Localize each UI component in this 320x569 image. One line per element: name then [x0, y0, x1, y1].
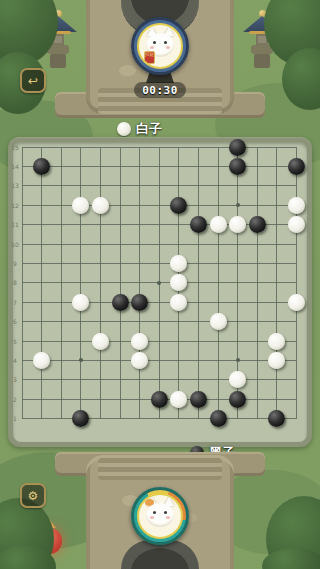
row-label: 14: [10, 163, 20, 170]
avatar-disc: [137, 493, 183, 539]
row-label: 2: [10, 396, 20, 403]
row-label: 3: [10, 376, 20, 383]
row-label: 6: [10, 318, 20, 325]
stone-black: [190, 391, 207, 408]
stone-white: [72, 294, 89, 311]
stone-black: [33, 158, 50, 175]
stone-black: [190, 216, 207, 233]
stone-white: [131, 333, 148, 350]
stone-black: [249, 216, 266, 233]
grid-line-vertical: [296, 147, 297, 419]
stone-black: [229, 391, 246, 408]
cat-face-icon: [146, 503, 174, 527]
avatar-disc: 招财: [137, 23, 183, 69]
star-point: [236, 203, 240, 207]
stone-white: [72, 197, 89, 214]
stone-white: [92, 197, 109, 214]
stone-white: [210, 313, 227, 330]
stone-white: [210, 216, 227, 233]
gomoku-board[interactable]: 151413121110987654321: [8, 137, 312, 447]
white-player-name: 白子: [136, 120, 162, 138]
stone-white: [268, 333, 285, 350]
bottom-player-avatar: [131, 487, 189, 545]
grid-line-horizontal: [22, 321, 296, 322]
stone-white: [131, 352, 148, 369]
grid-line-horizontal: [22, 302, 296, 303]
row-label: 11: [10, 221, 20, 228]
stone-white: [92, 333, 109, 350]
stone-white: [170, 391, 187, 408]
grid-line-horizontal: [22, 360, 296, 361]
cat-eye-icon: [153, 511, 156, 514]
lucky-cat-sign: 招财: [144, 51, 155, 64]
stone-white: [170, 294, 187, 311]
grid-line-horizontal: [22, 418, 296, 419]
grid-line-vertical: [257, 147, 258, 419]
stone-black: [151, 391, 168, 408]
row-label: 7: [10, 299, 20, 306]
star-point: [157, 281, 161, 285]
stone-black: [170, 197, 187, 214]
row-label: 13: [10, 182, 20, 189]
row-label: 8: [10, 279, 20, 286]
lantern-pillar: [50, 54, 66, 68]
grid-line-horizontal: [22, 341, 296, 342]
stone-black: [210, 410, 227, 427]
row-label: 9: [10, 260, 20, 267]
cat-eye-icon: [164, 511, 167, 514]
stone-black: [112, 294, 129, 311]
cat-cheek-icon: [150, 516, 154, 519]
stone-white: [288, 216, 305, 233]
grid-line-vertical: [198, 147, 199, 419]
row-label: 10: [10, 241, 20, 248]
bottom-steps: [98, 458, 222, 480]
top-player-avatar: 招财: [131, 17, 189, 75]
stone-black: [131, 294, 148, 311]
row-label: 4: [10, 357, 20, 364]
cat-cheek-icon: [166, 516, 170, 519]
game-screen: ↩ 招财 00:30 白子 151413121110987654321 黑子: [0, 0, 320, 569]
settings-button[interactable]: ⚙: [20, 483, 46, 508]
white-player-label: 白子: [117, 120, 162, 138]
white-stone-icon: [117, 122, 131, 136]
row-label: 15: [10, 144, 20, 151]
stone-black: [229, 139, 246, 156]
cat-eye-icon: [153, 41, 156, 44]
stone-white: [33, 352, 50, 369]
back-icon: ↩: [28, 75, 38, 87]
grid-line-vertical: [276, 147, 277, 419]
cat-cheek-icon: [150, 46, 154, 49]
lantern-pillar: [254, 54, 270, 68]
stone-white: [288, 294, 305, 311]
stone-black: [288, 158, 305, 175]
grid-line-horizontal: [22, 379, 296, 380]
stone-black: [229, 158, 246, 175]
cat-cheek-icon: [166, 46, 170, 49]
cat-eye-icon: [164, 41, 167, 44]
move-timer: 00:30: [134, 82, 186, 98]
grid-line-vertical: [218, 147, 219, 419]
back-button[interactable]: ↩: [20, 68, 46, 93]
gear-icon: ⚙: [28, 490, 39, 502]
stone-white: [288, 197, 305, 214]
row-label: 5: [10, 338, 20, 345]
row-label: 12: [10, 202, 20, 209]
row-label: 1: [10, 415, 20, 422]
